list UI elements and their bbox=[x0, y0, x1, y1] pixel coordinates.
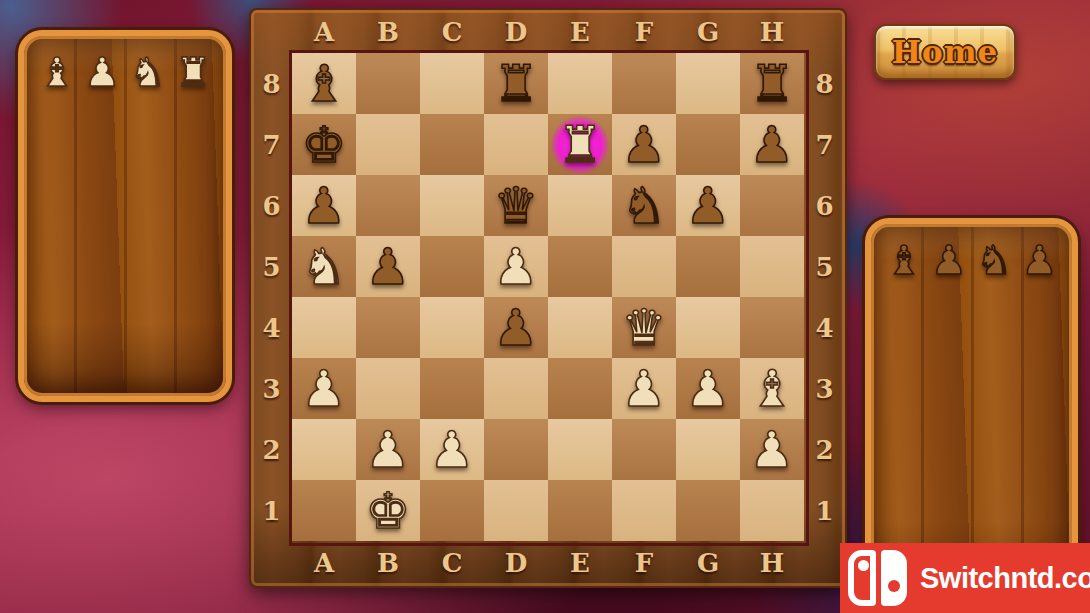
rank-label: 5 bbox=[251, 236, 292, 297]
file-label: B bbox=[356, 541, 420, 584]
black-bishop-piece: ♝ bbox=[886, 240, 922, 280]
black-pawn-piece: ♟ bbox=[494, 303, 539, 353]
black-king-piece: ♚ bbox=[302, 120, 347, 170]
square-b1[interactable]: ♚ bbox=[356, 480, 420, 541]
file-label: H bbox=[740, 541, 804, 584]
file-label: G bbox=[676, 10, 740, 53]
black-bishop-piece: ♝ bbox=[302, 59, 347, 109]
rank-label: 3 bbox=[804, 358, 845, 419]
square-e1[interactable] bbox=[548, 480, 612, 541]
square-d2[interactable] bbox=[484, 419, 548, 480]
square-e6[interactable] bbox=[548, 175, 612, 236]
switch-right-joycon bbox=[881, 550, 907, 606]
file-label: C bbox=[420, 541, 484, 584]
square-g5[interactable] bbox=[676, 236, 740, 297]
square-d4[interactable]: ♟ bbox=[484, 297, 548, 358]
square-c8[interactable] bbox=[420, 53, 484, 114]
square-a3[interactable]: ♟ bbox=[292, 358, 356, 419]
square-c1[interactable] bbox=[420, 480, 484, 541]
white-bishop-piece: ♝ bbox=[750, 364, 795, 414]
board-grid: ABCDEFGH8♝♜♜87♚♜♟♟76♟♛♞♟65♞♟♟54♟♛43♟♟♟♝3… bbox=[251, 10, 845, 584]
square-g8[interactable] bbox=[676, 53, 740, 114]
rank-label: 7 bbox=[804, 114, 845, 175]
black-pawn-piece: ♟ bbox=[622, 120, 667, 170]
square-h2[interactable]: ♟ bbox=[740, 419, 804, 480]
file-label: F bbox=[612, 541, 676, 584]
black-knight-piece: ♞ bbox=[976, 240, 1012, 280]
white-rook-piece: ♜ bbox=[558, 120, 603, 170]
rank-label: 1 bbox=[251, 480, 292, 541]
square-b4[interactable] bbox=[356, 297, 420, 358]
file-label: E bbox=[548, 541, 612, 584]
square-g3[interactable]: ♟ bbox=[676, 358, 740, 419]
black-queen-piece: ♛ bbox=[494, 181, 539, 231]
square-b3[interactable] bbox=[356, 358, 420, 419]
square-a1[interactable] bbox=[292, 480, 356, 541]
white-pawn-piece: ♟ bbox=[622, 364, 667, 414]
square-g6[interactable]: ♟ bbox=[676, 175, 740, 236]
black-pawn-piece: ♟ bbox=[750, 120, 795, 170]
board-corner bbox=[251, 541, 292, 584]
square-g2[interactable] bbox=[676, 419, 740, 480]
square-f1[interactable] bbox=[612, 480, 676, 541]
file-label: G bbox=[676, 541, 740, 584]
square-c5[interactable] bbox=[420, 236, 484, 297]
square-h4[interactable] bbox=[740, 297, 804, 358]
chess-board: ABCDEFGH8♝♜♜87♚♜♟♟76♟♛♞♟65♞♟♟54♟♛43♟♟♟♝3… bbox=[249, 8, 847, 588]
home-button-label: Home bbox=[892, 34, 999, 70]
file-label: D bbox=[484, 10, 548, 53]
square-c6[interactable] bbox=[420, 175, 484, 236]
square-h1[interactable] bbox=[740, 480, 804, 541]
watermark: Switchntd.com bbox=[840, 543, 1090, 613]
white-knight-piece: ♞ bbox=[130, 52, 166, 92]
file-label: H bbox=[740, 10, 804, 53]
square-d5[interactable]: ♟ bbox=[484, 236, 548, 297]
square-g7[interactable] bbox=[676, 114, 740, 175]
black-pawn-piece: ♟ bbox=[1021, 240, 1057, 280]
square-e2[interactable] bbox=[548, 419, 612, 480]
black-pawn-piece: ♟ bbox=[302, 181, 347, 231]
square-g4[interactable] bbox=[676, 297, 740, 358]
square-a2[interactable] bbox=[292, 419, 356, 480]
square-d1[interactable] bbox=[484, 480, 548, 541]
board-corner bbox=[251, 10, 292, 53]
file-label: A bbox=[292, 10, 356, 53]
captured-black-pieces: ♝♟♞♟ bbox=[871, 224, 1072, 280]
square-g1[interactable] bbox=[676, 480, 740, 541]
file-label: A bbox=[292, 541, 356, 584]
square-f5[interactable] bbox=[612, 236, 676, 297]
square-b7[interactable] bbox=[356, 114, 420, 175]
rank-label: 7 bbox=[251, 114, 292, 175]
square-d6[interactable]: ♛ bbox=[484, 175, 548, 236]
square-e8[interactable] bbox=[548, 53, 612, 114]
white-king-piece: ♚ bbox=[366, 486, 411, 536]
white-pawn-piece: ♟ bbox=[366, 425, 411, 475]
square-c2[interactable]: ♟ bbox=[420, 419, 484, 480]
square-c4[interactable] bbox=[420, 297, 484, 358]
white-rook-piece: ♜ bbox=[175, 52, 211, 92]
black-pawn-piece: ♟ bbox=[686, 181, 731, 231]
square-b2[interactable]: ♟ bbox=[356, 419, 420, 480]
rank-label: 6 bbox=[251, 175, 292, 236]
white-pawn-piece: ♟ bbox=[750, 425, 795, 475]
white-pawn-piece: ♟ bbox=[302, 364, 347, 414]
file-label: E bbox=[548, 10, 612, 53]
square-e4[interactable] bbox=[548, 297, 612, 358]
captured-tray-white: ♝♟♞♜ bbox=[18, 30, 232, 402]
square-e3[interactable] bbox=[548, 358, 612, 419]
white-pawn-piece: ♟ bbox=[84, 52, 120, 92]
square-b6[interactable] bbox=[356, 175, 420, 236]
file-label: F bbox=[612, 10, 676, 53]
rank-label: 3 bbox=[251, 358, 292, 419]
square-h7[interactable]: ♟ bbox=[740, 114, 804, 175]
square-f3[interactable]: ♟ bbox=[612, 358, 676, 419]
black-knight-piece: ♞ bbox=[622, 181, 667, 231]
square-d8[interactable]: ♜ bbox=[484, 53, 548, 114]
square-h3[interactable]: ♝ bbox=[740, 358, 804, 419]
square-f8[interactable] bbox=[612, 53, 676, 114]
board-corner bbox=[804, 10, 845, 53]
square-f4[interactable]: ♛ bbox=[612, 297, 676, 358]
rank-label: 6 bbox=[804, 175, 845, 236]
square-f7[interactable]: ♟ bbox=[612, 114, 676, 175]
square-c3[interactable] bbox=[420, 358, 484, 419]
white-knight-piece: ♞ bbox=[302, 242, 347, 292]
board-corner bbox=[804, 541, 845, 584]
rank-label: 8 bbox=[251, 53, 292, 114]
rank-label: 5 bbox=[804, 236, 845, 297]
rank-label: 4 bbox=[251, 297, 292, 358]
square-h6[interactable] bbox=[740, 175, 804, 236]
rank-label: 1 bbox=[804, 480, 845, 541]
square-a4[interactable] bbox=[292, 297, 356, 358]
rank-label: 8 bbox=[804, 53, 845, 114]
file-label: C bbox=[420, 10, 484, 53]
home-button[interactable]: Home bbox=[874, 24, 1016, 80]
black-pawn-piece: ♟ bbox=[366, 242, 411, 292]
watermark-text: Switchntd.com bbox=[920, 562, 1090, 595]
square-e7[interactable]: ♜ bbox=[548, 114, 612, 175]
square-a7[interactable]: ♚ bbox=[292, 114, 356, 175]
white-pawn-piece: ♟ bbox=[686, 364, 731, 414]
square-h5[interactable] bbox=[740, 236, 804, 297]
captured-white-pieces: ♝♟♞♜ bbox=[24, 36, 226, 92]
square-c7[interactable] bbox=[420, 114, 484, 175]
white-bishop-piece: ♝ bbox=[39, 52, 75, 92]
square-e5[interactable] bbox=[548, 236, 612, 297]
square-f2[interactable] bbox=[612, 419, 676, 480]
square-a6[interactable]: ♟ bbox=[292, 175, 356, 236]
square-h8[interactable]: ♜ bbox=[740, 53, 804, 114]
square-a8[interactable]: ♝ bbox=[292, 53, 356, 114]
square-f6[interactable]: ♞ bbox=[612, 175, 676, 236]
square-a5[interactable]: ♞ bbox=[292, 236, 356, 297]
rank-label: 2 bbox=[251, 419, 292, 480]
nintendo-switch-icon bbox=[848, 549, 910, 607]
black-rook-piece: ♜ bbox=[750, 59, 795, 109]
rank-label: 2 bbox=[804, 419, 845, 480]
square-b5[interactable]: ♟ bbox=[356, 236, 420, 297]
rank-label: 4 bbox=[804, 297, 845, 358]
switch-left-joycon bbox=[848, 550, 876, 606]
white-pawn-piece: ♟ bbox=[494, 242, 539, 292]
white-queen-piece: ♛ bbox=[622, 303, 667, 353]
file-label: D bbox=[484, 541, 548, 584]
file-label: B bbox=[356, 10, 420, 53]
square-b8[interactable] bbox=[356, 53, 420, 114]
square-d3[interactable] bbox=[484, 358, 548, 419]
square-d7[interactable] bbox=[484, 114, 548, 175]
white-pawn-piece: ♟ bbox=[430, 425, 475, 475]
black-rook-piece: ♜ bbox=[494, 59, 539, 109]
black-pawn-piece: ♟ bbox=[931, 240, 967, 280]
